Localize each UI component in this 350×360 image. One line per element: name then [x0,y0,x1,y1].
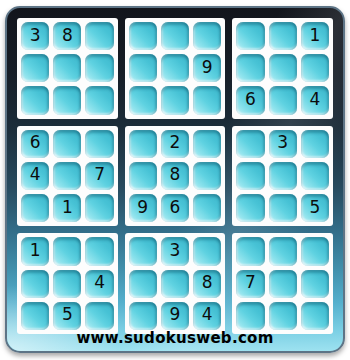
cell-r7c9[interactable] [301,237,329,265]
sudoku-box-3: 164 [232,18,333,119]
cell-r7c5[interactable]: 3 [161,237,189,265]
cell-r2c1[interactable] [21,54,49,82]
sudoku-box-6: 35 [232,126,333,227]
cell-r5c3[interactable]: 7 [85,162,113,190]
cell-r8c1[interactable] [21,270,49,298]
cell-r9c1[interactable] [21,302,49,330]
cell-r5c8[interactable] [269,162,297,190]
cell-r6c5[interactable]: 6 [161,194,189,222]
cell-r9c6[interactable]: 4 [193,302,221,330]
cell-r1c5[interactable] [161,22,189,50]
cell-r4c6[interactable] [193,130,221,158]
given-digit: 8 [202,274,213,291]
cell-r9c7[interactable] [236,302,264,330]
sudoku-box-5: 2896 [125,126,226,227]
cell-r6c7[interactable] [236,194,264,222]
given-digit: 2 [170,134,181,151]
cell-r4c4[interactable] [129,130,157,158]
cell-r6c4[interactable]: 9 [129,194,157,222]
given-digit: 4 [30,166,41,183]
cell-r7c4[interactable] [129,237,157,265]
given-digit: 1 [309,26,320,43]
cell-r9c2[interactable]: 5 [53,302,81,330]
cell-r6c3[interactable] [85,194,113,222]
sudoku-box-9: 7 [232,233,333,334]
given-digit: 7 [94,166,105,183]
cell-r5c2[interactable] [53,162,81,190]
cell-r2c9[interactable] [301,54,329,82]
cell-r2c3[interactable] [85,54,113,82]
given-digit: 4 [202,306,213,323]
cell-r6c2[interactable]: 1 [53,194,81,222]
cell-r4c3[interactable] [85,130,113,158]
cell-r3c4[interactable] [129,86,157,114]
sudoku-box-8: 3894 [125,233,226,334]
given-digit: 3 [30,26,41,43]
given-digit: 3 [170,241,181,258]
cell-r3c6[interactable] [193,86,221,114]
cell-r7c6[interactable] [193,237,221,265]
cell-r1c7[interactable] [236,22,264,50]
cell-r3c7[interactable]: 6 [236,86,264,114]
cell-r3c8[interactable] [269,86,297,114]
cell-r9c4[interactable] [129,302,157,330]
cell-r2c2[interactable] [53,54,81,82]
cell-r1c9[interactable]: 1 [301,22,329,50]
board-frame: 389164647128963514538947 www.sudokusweb.… [5,6,345,353]
cell-r5c1[interactable]: 4 [21,162,49,190]
cell-r2c7[interactable] [236,54,264,82]
cell-r9c3[interactable] [85,302,113,330]
cell-r6c6[interactable] [193,194,221,222]
cell-r5c5[interactable]: 8 [161,162,189,190]
sudoku-box-1: 38 [17,18,118,119]
given-digit: 5 [62,306,73,323]
sudoku-box-4: 6471 [17,126,118,227]
cell-r7c2[interactable] [53,237,81,265]
given-digit: 1 [62,198,73,215]
cell-r1c3[interactable] [85,22,113,50]
cell-r7c8[interactable] [269,237,297,265]
site-url: www.sudokusweb.com [7,329,343,347]
given-digit: 8 [170,166,181,183]
cell-r3c5[interactable] [161,86,189,114]
cell-r1c1[interactable]: 3 [21,22,49,50]
given-digit: 8 [62,26,73,43]
cell-r3c9[interactable]: 4 [301,86,329,114]
cell-r4c8[interactable]: 3 [269,130,297,158]
given-digit: 9 [137,198,148,215]
given-digit: 5 [309,198,320,215]
cell-r8c9[interactable] [301,270,329,298]
cell-r6c9[interactable]: 5 [301,194,329,222]
cell-r9c8[interactable] [269,302,297,330]
cell-r2c8[interactable] [269,54,297,82]
cell-r5c7[interactable] [236,162,264,190]
cell-r6c1[interactable] [21,194,49,222]
cell-r6c8[interactable] [269,194,297,222]
cell-r8c2[interactable] [53,270,81,298]
cell-r4c1[interactable]: 6 [21,130,49,158]
cell-r3c1[interactable] [21,86,49,114]
cell-r9c5[interactable]: 9 [161,302,189,330]
given-digit: 9 [202,58,213,75]
given-digit: 1 [30,241,41,258]
cell-r2c4[interactable] [129,54,157,82]
cell-r1c4[interactable] [129,22,157,50]
cell-r5c9[interactable] [301,162,329,190]
cell-r9c9[interactable] [301,302,329,330]
cell-r4c2[interactable] [53,130,81,158]
cell-r4c7[interactable] [236,130,264,158]
given-digit: 4 [309,91,320,108]
cell-r8c4[interactable] [129,270,157,298]
sudoku-box-2: 9 [125,18,226,119]
sudoku-board: 389164647128963514538947 [17,18,333,334]
given-digit: 7 [245,274,256,291]
given-digit: 6 [30,134,41,151]
cell-r1c8[interactable] [269,22,297,50]
cell-r2c5[interactable] [161,54,189,82]
cell-r8c8[interactable] [269,270,297,298]
cell-r8c3[interactable]: 4 [85,270,113,298]
given-digit: 6 [170,198,181,215]
cell-r4c5[interactable]: 2 [161,130,189,158]
cell-r4c9[interactable] [301,130,329,158]
cell-r3c2[interactable] [53,86,81,114]
cell-r8c5[interactable] [161,270,189,298]
sudoku-box-7: 145 [17,233,118,334]
cell-r7c3[interactable] [85,237,113,265]
given-digit: 4 [94,274,105,291]
cell-r2c6[interactable]: 9 [193,54,221,82]
cell-r7c1[interactable]: 1 [21,237,49,265]
cell-r5c6[interactable] [193,162,221,190]
cell-r8c6[interactable]: 8 [193,270,221,298]
given-digit: 3 [277,134,288,151]
cell-r5c4[interactable] [129,162,157,190]
cell-r8c7[interactable]: 7 [236,270,264,298]
given-digit: 9 [170,306,181,323]
cell-r1c6[interactable] [193,22,221,50]
given-digit: 6 [245,91,256,108]
cell-r3c3[interactable] [85,86,113,114]
cell-r7c7[interactable] [236,237,264,265]
cell-r1c2[interactable]: 8 [53,22,81,50]
